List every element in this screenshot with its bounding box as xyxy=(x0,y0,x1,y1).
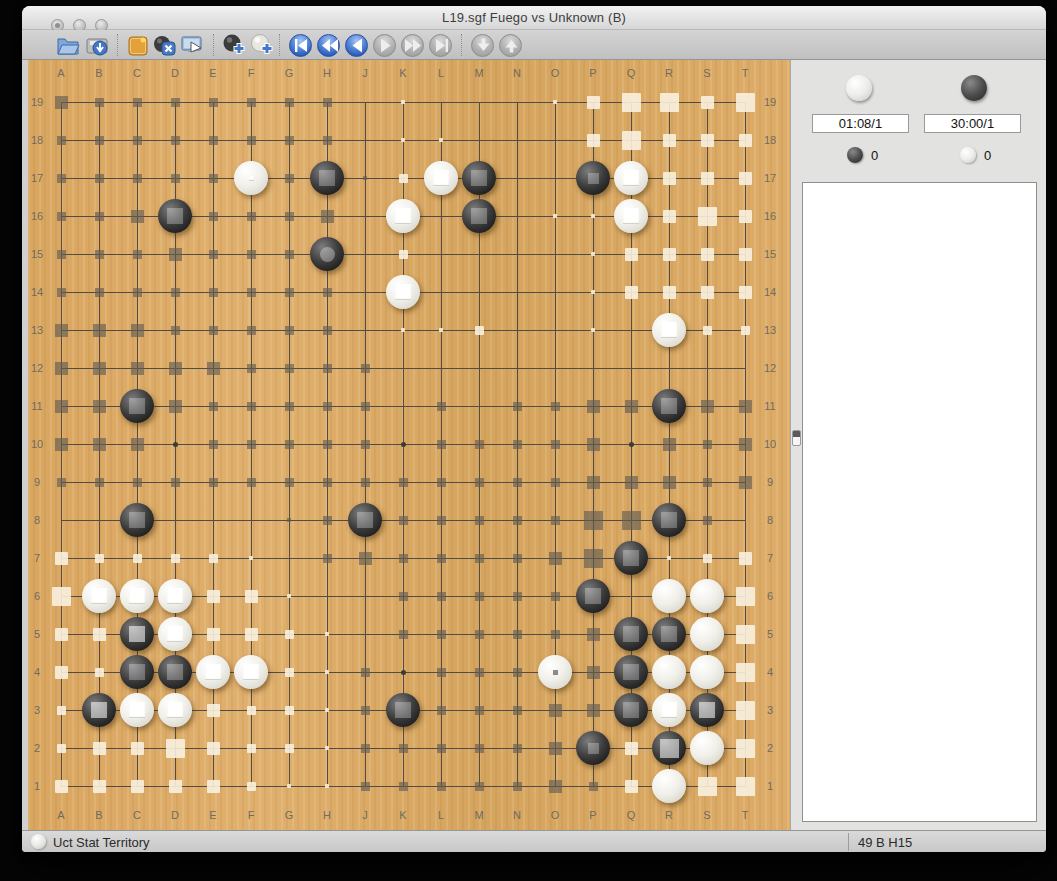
point-G7[interactable] xyxy=(270,539,308,577)
point-H9[interactable] xyxy=(308,463,346,501)
point-S13[interactable] xyxy=(688,311,726,349)
point-E4[interactable] xyxy=(194,653,232,691)
point-E11[interactable] xyxy=(194,387,232,425)
point-F17[interactable] xyxy=(232,159,270,197)
open-file-button[interactable] xyxy=(56,33,80,57)
point-Q16[interactable] xyxy=(612,197,650,235)
point-D16[interactable] xyxy=(156,197,194,235)
point-J1[interactable] xyxy=(346,767,384,805)
point-R7[interactable] xyxy=(650,539,688,577)
point-Q9[interactable] xyxy=(612,463,650,501)
point-A15[interactable] xyxy=(42,235,80,273)
back-10-moves-button[interactable] xyxy=(316,33,340,57)
point-B12[interactable] xyxy=(80,349,118,387)
point-N6[interactable] xyxy=(498,577,536,615)
point-P4[interactable] xyxy=(574,653,612,691)
point-D18[interactable] xyxy=(156,121,194,159)
point-O18[interactable] xyxy=(536,121,574,159)
point-A3[interactable] xyxy=(42,691,80,729)
point-A9[interactable] xyxy=(42,463,80,501)
point-C11[interactable] xyxy=(118,387,156,425)
point-B8[interactable] xyxy=(80,501,118,539)
point-P2[interactable] xyxy=(574,729,612,767)
point-H2[interactable] xyxy=(308,729,346,767)
point-O8[interactable] xyxy=(536,501,574,539)
point-H16[interactable] xyxy=(308,197,346,235)
point-C8[interactable] xyxy=(118,501,156,539)
point-O4[interactable] xyxy=(536,653,574,691)
point-M3[interactable] xyxy=(460,691,498,729)
point-J12[interactable] xyxy=(346,349,384,387)
point-H5[interactable] xyxy=(308,615,346,653)
point-R19[interactable] xyxy=(650,83,688,121)
point-H7[interactable] xyxy=(308,539,346,577)
point-C18[interactable] xyxy=(118,121,156,159)
point-K10[interactable] xyxy=(384,425,422,463)
point-L12[interactable] xyxy=(422,349,460,387)
point-P10[interactable] xyxy=(574,425,612,463)
point-A7[interactable] xyxy=(42,539,80,577)
point-E17[interactable] xyxy=(194,159,232,197)
computer-play-button[interactable] xyxy=(180,33,204,57)
point-A1[interactable] xyxy=(42,767,80,805)
point-M15[interactable] xyxy=(460,235,498,273)
point-K16[interactable] xyxy=(384,197,422,235)
move-list-panel[interactable] xyxy=(802,182,1037,822)
point-S9[interactable] xyxy=(688,463,726,501)
point-S6[interactable] xyxy=(688,577,726,615)
point-T2[interactable] xyxy=(726,729,764,767)
point-R14[interactable] xyxy=(650,273,688,311)
point-G4[interactable] xyxy=(270,653,308,691)
point-S10[interactable] xyxy=(688,425,726,463)
point-L3[interactable] xyxy=(422,691,460,729)
point-H18[interactable] xyxy=(308,121,346,159)
point-A17[interactable] xyxy=(42,159,80,197)
point-C15[interactable] xyxy=(118,235,156,273)
point-J16[interactable] xyxy=(346,197,384,235)
point-O3[interactable] xyxy=(536,691,574,729)
point-B13[interactable] xyxy=(80,311,118,349)
point-G19[interactable] xyxy=(270,83,308,121)
point-J18[interactable] xyxy=(346,121,384,159)
point-L10[interactable] xyxy=(422,425,460,463)
point-J19[interactable] xyxy=(346,83,384,121)
point-Q13[interactable] xyxy=(612,311,650,349)
point-C12[interactable] xyxy=(118,349,156,387)
point-T19[interactable] xyxy=(726,83,764,121)
point-L14[interactable] xyxy=(422,273,460,311)
point-F19[interactable] xyxy=(232,83,270,121)
point-R12[interactable] xyxy=(650,349,688,387)
point-E3[interactable] xyxy=(194,691,232,729)
point-M4[interactable] xyxy=(460,653,498,691)
point-D10[interactable] xyxy=(156,425,194,463)
point-L18[interactable] xyxy=(422,121,460,159)
point-D2[interactable] xyxy=(156,729,194,767)
point-L5[interactable] xyxy=(422,615,460,653)
point-B9[interactable] xyxy=(80,463,118,501)
point-T4[interactable] xyxy=(726,653,764,691)
point-R6[interactable] xyxy=(650,577,688,615)
point-K1[interactable] xyxy=(384,767,422,805)
point-C14[interactable] xyxy=(118,273,156,311)
point-C3[interactable] xyxy=(118,691,156,729)
point-M8[interactable] xyxy=(460,501,498,539)
point-D17[interactable] xyxy=(156,159,194,197)
point-D11[interactable] xyxy=(156,387,194,425)
point-O1[interactable] xyxy=(536,767,574,805)
point-T14[interactable] xyxy=(726,273,764,311)
point-C7[interactable] xyxy=(118,539,156,577)
point-O13[interactable] xyxy=(536,311,574,349)
point-K4[interactable] xyxy=(384,653,422,691)
point-P13[interactable] xyxy=(574,311,612,349)
point-T7[interactable] xyxy=(726,539,764,577)
point-M10[interactable] xyxy=(460,425,498,463)
point-B1[interactable] xyxy=(80,767,118,805)
point-N3[interactable] xyxy=(498,691,536,729)
point-T13[interactable] xyxy=(726,311,764,349)
point-M5[interactable] xyxy=(460,615,498,653)
point-A8[interactable] xyxy=(42,501,80,539)
point-K18[interactable] xyxy=(384,121,422,159)
point-R5[interactable] xyxy=(650,615,688,653)
point-A14[interactable] xyxy=(42,273,80,311)
point-S3[interactable] xyxy=(688,691,726,729)
point-E14[interactable] xyxy=(194,273,232,311)
point-P16[interactable] xyxy=(574,197,612,235)
point-G6[interactable] xyxy=(270,577,308,615)
point-D4[interactable] xyxy=(156,653,194,691)
title-bar[interactable]: L19.sgf Fuego vs Unknown (B) xyxy=(22,6,1046,30)
point-P6[interactable] xyxy=(574,577,612,615)
point-J17[interactable] xyxy=(346,159,384,197)
point-G2[interactable] xyxy=(270,729,308,767)
point-B7[interactable] xyxy=(80,539,118,577)
point-K7[interactable] xyxy=(384,539,422,577)
point-N4[interactable] xyxy=(498,653,536,691)
point-G1[interactable] xyxy=(270,767,308,805)
point-R8[interactable] xyxy=(650,501,688,539)
point-H15[interactable] xyxy=(308,235,346,273)
point-S14[interactable] xyxy=(688,273,726,311)
point-C6[interactable] xyxy=(118,577,156,615)
point-E13[interactable] xyxy=(194,311,232,349)
point-K14[interactable] xyxy=(384,273,422,311)
point-P1[interactable] xyxy=(574,767,612,805)
point-F9[interactable] xyxy=(232,463,270,501)
point-C13[interactable] xyxy=(118,311,156,349)
point-K19[interactable] xyxy=(384,83,422,121)
point-E1[interactable] xyxy=(194,767,232,805)
play-black-stone-button[interactable] xyxy=(222,33,246,57)
point-B4[interactable] xyxy=(80,653,118,691)
point-O16[interactable] xyxy=(536,197,574,235)
point-E6[interactable] xyxy=(194,577,232,615)
point-P14[interactable] xyxy=(574,273,612,311)
point-T16[interactable] xyxy=(726,197,764,235)
computer-color-button[interactable] xyxy=(153,33,177,57)
point-G10[interactable] xyxy=(270,425,308,463)
point-H4[interactable] xyxy=(308,653,346,691)
point-Q2[interactable] xyxy=(612,729,650,767)
point-A6[interactable] xyxy=(42,577,80,615)
point-D9[interactable] xyxy=(156,463,194,501)
point-O12[interactable] xyxy=(536,349,574,387)
point-C19[interactable] xyxy=(118,83,156,121)
point-L9[interactable] xyxy=(422,463,460,501)
point-R1[interactable] xyxy=(650,767,688,805)
point-J4[interactable] xyxy=(346,653,384,691)
point-P17[interactable] xyxy=(574,159,612,197)
point-B16[interactable] xyxy=(80,197,118,235)
point-F3[interactable] xyxy=(232,691,270,729)
point-J10[interactable] xyxy=(346,425,384,463)
point-L8[interactable] xyxy=(422,501,460,539)
go-to-start-button[interactable] xyxy=(288,33,312,57)
save-file-button[interactable] xyxy=(85,33,109,57)
point-A4[interactable] xyxy=(42,653,80,691)
point-C1[interactable] xyxy=(118,767,156,805)
point-Q7[interactable] xyxy=(612,539,650,577)
point-L16[interactable] xyxy=(422,197,460,235)
point-C5[interactable] xyxy=(118,615,156,653)
point-R10[interactable] xyxy=(650,425,688,463)
point-S17[interactable] xyxy=(688,159,726,197)
point-A12[interactable] xyxy=(42,349,80,387)
point-F13[interactable] xyxy=(232,311,270,349)
point-E2[interactable] xyxy=(194,729,232,767)
point-R2[interactable] xyxy=(650,729,688,767)
point-M13[interactable] xyxy=(460,311,498,349)
point-T18[interactable] xyxy=(726,121,764,159)
point-M12[interactable] xyxy=(460,349,498,387)
point-R13[interactable] xyxy=(650,311,688,349)
point-G3[interactable] xyxy=(270,691,308,729)
point-N8[interactable] xyxy=(498,501,536,539)
point-E15[interactable] xyxy=(194,235,232,273)
point-N15[interactable] xyxy=(498,235,536,273)
point-L17[interactable] xyxy=(422,159,460,197)
point-G5[interactable] xyxy=(270,615,308,653)
point-M9[interactable] xyxy=(460,463,498,501)
point-A18[interactable] xyxy=(42,121,80,159)
point-N14[interactable] xyxy=(498,273,536,311)
point-M17[interactable] xyxy=(460,159,498,197)
point-D13[interactable] xyxy=(156,311,194,349)
point-T1[interactable] xyxy=(726,767,764,805)
point-G17[interactable] xyxy=(270,159,308,197)
point-K9[interactable] xyxy=(384,463,422,501)
point-A5[interactable] xyxy=(42,615,80,653)
point-C9[interactable] xyxy=(118,463,156,501)
point-Q6[interactable] xyxy=(612,577,650,615)
point-S18[interactable] xyxy=(688,121,726,159)
back-1-move-button[interactable] xyxy=(344,33,368,57)
point-B17[interactable] xyxy=(80,159,118,197)
point-G12[interactable] xyxy=(270,349,308,387)
point-D7[interactable] xyxy=(156,539,194,577)
point-G8[interactable] xyxy=(270,501,308,539)
point-L15[interactable] xyxy=(422,235,460,273)
point-H14[interactable] xyxy=(308,273,346,311)
point-O5[interactable] xyxy=(536,615,574,653)
point-L2[interactable] xyxy=(422,729,460,767)
point-H8[interactable] xyxy=(308,501,346,539)
point-H13[interactable] xyxy=(308,311,346,349)
point-K5[interactable] xyxy=(384,615,422,653)
point-P15[interactable] xyxy=(574,235,612,273)
point-B15[interactable] xyxy=(80,235,118,273)
point-K8[interactable] xyxy=(384,501,422,539)
point-S16[interactable] xyxy=(688,197,726,235)
point-M7[interactable] xyxy=(460,539,498,577)
point-P18[interactable] xyxy=(574,121,612,159)
point-F11[interactable] xyxy=(232,387,270,425)
point-Q12[interactable] xyxy=(612,349,650,387)
point-S8[interactable] xyxy=(688,501,726,539)
point-F12[interactable] xyxy=(232,349,270,387)
point-J7[interactable] xyxy=(346,539,384,577)
point-M16[interactable] xyxy=(460,197,498,235)
point-N13[interactable] xyxy=(498,311,536,349)
point-K11[interactable] xyxy=(384,387,422,425)
point-A10[interactable] xyxy=(42,425,80,463)
point-G13[interactable] xyxy=(270,311,308,349)
point-Q19[interactable] xyxy=(612,83,650,121)
point-M19[interactable] xyxy=(460,83,498,121)
point-N1[interactable] xyxy=(498,767,536,805)
point-J3[interactable] xyxy=(346,691,384,729)
point-R4[interactable] xyxy=(650,653,688,691)
point-F15[interactable] xyxy=(232,235,270,273)
point-J13[interactable] xyxy=(346,311,384,349)
point-L11[interactable] xyxy=(422,387,460,425)
point-Q8[interactable] xyxy=(612,501,650,539)
point-N16[interactable] xyxy=(498,197,536,235)
point-O9[interactable] xyxy=(536,463,574,501)
point-N5[interactable] xyxy=(498,615,536,653)
point-E19[interactable] xyxy=(194,83,232,121)
point-D15[interactable] xyxy=(156,235,194,273)
point-T8[interactable] xyxy=(726,501,764,539)
point-O7[interactable] xyxy=(536,539,574,577)
point-M1[interactable] xyxy=(460,767,498,805)
point-C2[interactable] xyxy=(118,729,156,767)
point-F8[interactable] xyxy=(232,501,270,539)
point-O14[interactable] xyxy=(536,273,574,311)
point-O2[interactable] xyxy=(536,729,574,767)
point-J9[interactable] xyxy=(346,463,384,501)
point-H1[interactable] xyxy=(308,767,346,805)
point-C10[interactable] xyxy=(118,425,156,463)
point-E12[interactable] xyxy=(194,349,232,387)
point-F16[interactable] xyxy=(232,197,270,235)
point-A13[interactable] xyxy=(42,311,80,349)
point-N17[interactable] xyxy=(498,159,536,197)
point-L1[interactable] xyxy=(422,767,460,805)
point-Q1[interactable] xyxy=(612,767,650,805)
point-O19[interactable] xyxy=(536,83,574,121)
point-T15[interactable] xyxy=(726,235,764,273)
point-G18[interactable] xyxy=(270,121,308,159)
point-P12[interactable] xyxy=(574,349,612,387)
point-E9[interactable] xyxy=(194,463,232,501)
point-S5[interactable] xyxy=(688,615,726,653)
point-F14[interactable] xyxy=(232,273,270,311)
point-S1[interactable] xyxy=(688,767,726,805)
point-B2[interactable] xyxy=(80,729,118,767)
point-G9[interactable] xyxy=(270,463,308,501)
point-N9[interactable] xyxy=(498,463,536,501)
point-T5[interactable] xyxy=(726,615,764,653)
point-C16[interactable] xyxy=(118,197,156,235)
point-P19[interactable] xyxy=(574,83,612,121)
point-R15[interactable] xyxy=(650,235,688,273)
point-B6[interactable] xyxy=(80,577,118,615)
point-H6[interactable] xyxy=(308,577,346,615)
point-N10[interactable] xyxy=(498,425,536,463)
point-R16[interactable] xyxy=(650,197,688,235)
point-T9[interactable] xyxy=(726,463,764,501)
point-P8[interactable] xyxy=(574,501,612,539)
point-A2[interactable] xyxy=(42,729,80,767)
point-A16[interactable] xyxy=(42,197,80,235)
point-T10[interactable] xyxy=(726,425,764,463)
point-G14[interactable] xyxy=(270,273,308,311)
point-D19[interactable] xyxy=(156,83,194,121)
point-J2[interactable] xyxy=(346,729,384,767)
point-K17[interactable] xyxy=(384,159,422,197)
point-L7[interactable] xyxy=(422,539,460,577)
point-M11[interactable] xyxy=(460,387,498,425)
point-B5[interactable] xyxy=(80,615,118,653)
point-M6[interactable] xyxy=(460,577,498,615)
point-Q10[interactable] xyxy=(612,425,650,463)
point-N7[interactable] xyxy=(498,539,536,577)
point-O10[interactable] xyxy=(536,425,574,463)
point-Q3[interactable] xyxy=(612,691,650,729)
point-S4[interactable] xyxy=(688,653,726,691)
point-K2[interactable] xyxy=(384,729,422,767)
point-G16[interactable] xyxy=(270,197,308,235)
point-P11[interactable] xyxy=(574,387,612,425)
point-H19[interactable] xyxy=(308,83,346,121)
point-J15[interactable] xyxy=(346,235,384,273)
point-F4[interactable] xyxy=(232,653,270,691)
point-M18[interactable] xyxy=(460,121,498,159)
point-S12[interactable] xyxy=(688,349,726,387)
point-L13[interactable] xyxy=(422,311,460,349)
point-F18[interactable] xyxy=(232,121,270,159)
point-H17[interactable] xyxy=(308,159,346,197)
point-O15[interactable] xyxy=(536,235,574,273)
point-O11[interactable] xyxy=(536,387,574,425)
point-O17[interactable] xyxy=(536,159,574,197)
point-K12[interactable] xyxy=(384,349,422,387)
point-R11[interactable] xyxy=(650,387,688,425)
point-C17[interactable] xyxy=(118,159,156,197)
go-board[interactable]: AABBCCDDEEFFGGHHJJKKLLMMNNOOPPQQRRSSTT19… xyxy=(28,60,790,830)
point-A11[interactable] xyxy=(42,387,80,425)
point-R18[interactable] xyxy=(650,121,688,159)
point-N12[interactable] xyxy=(498,349,536,387)
point-H3[interactable] xyxy=(308,691,346,729)
point-F1[interactable] xyxy=(232,767,270,805)
point-B3[interactable] xyxy=(80,691,118,729)
point-P7[interactable] xyxy=(574,539,612,577)
